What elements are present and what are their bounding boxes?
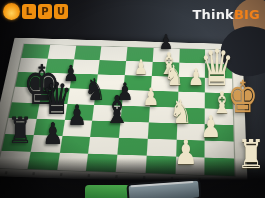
lpu-logo: L P U (3, 3, 68, 20)
lpu-letter-l: L (22, 4, 36, 19)
green-device (85, 185, 130, 198)
black-pawn-piece[interactable]: ♟ (43, 119, 64, 149)
lpu-letter-u: U (54, 4, 68, 19)
square-h5[interactable] (100, 46, 128, 61)
white-pawn-piece[interactable]: ♟ (174, 135, 198, 169)
lpu-letter-p: P (38, 4, 52, 19)
thinkbig-think-text: Think (192, 7, 233, 22)
square-h6[interactable] (74, 46, 102, 61)
thinkbig-logo: ThinkBIG (192, 7, 260, 22)
white-rook-piece[interactable]: ♜ (237, 134, 265, 174)
white-king-piece[interactable]: ♚ (228, 75, 259, 119)
square-b3[interactable] (146, 139, 176, 157)
white-pawn-piece[interactable]: ♟ (143, 85, 160, 109)
white-knight-piece[interactable]: ♞ (164, 62, 184, 90)
white-pawn-piece[interactable]: ♟ (134, 57, 148, 77)
chess-photo-scene: ♚♛♜♟♟♝♞♟♟♟♟♝♞♟♛♟♝♚♞♟♟♜ L P U ThinkBIG (0, 0, 265, 198)
lpu-flame-icon (3, 3, 20, 20)
black-rook-piece[interactable]: ♜ (7, 113, 32, 149)
square-b4[interactable] (117, 138, 147, 156)
black-pawn-piece[interactable]: ♟ (67, 102, 87, 130)
white-pawn-piece[interactable]: ♟ (201, 112, 222, 142)
black-knight-piece[interactable]: ♞ (85, 75, 106, 105)
black-bishop-piece[interactable]: ♝ (104, 91, 131, 129)
square-b6[interactable] (59, 136, 90, 154)
square-b5[interactable] (88, 137, 119, 155)
white-knight-piece[interactable]: ♞ (169, 95, 192, 128)
thinkbig-big-text: BIG (234, 7, 260, 22)
